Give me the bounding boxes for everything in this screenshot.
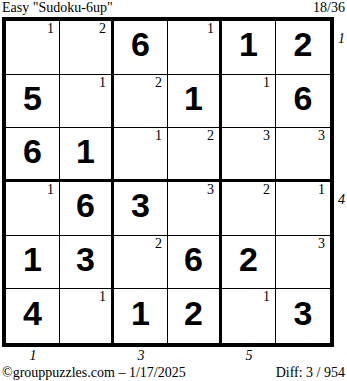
progress-counter: 18/36: [313, 0, 345, 15]
pencil-mark: 2: [263, 183, 270, 197]
cell-r6c4[interactable]: 2: [168, 289, 222, 343]
cell-r3c4[interactable]: 2: [168, 128, 222, 182]
cell-value: 1: [131, 296, 150, 330]
cell-r6c2[interactable]: 1: [60, 289, 114, 343]
cell-value: 3: [294, 296, 313, 330]
cell-r3c6[interactable]: 3: [276, 128, 330, 182]
pencil-mark: 2: [155, 237, 162, 251]
cell-r4c4[interactable]: 3: [168, 182, 222, 236]
pencil-mark: 1: [318, 183, 325, 197]
copyright-text: ©grouppuzzles.com – 1/17/2025: [2, 366, 186, 380]
cell-value: 1: [184, 81, 203, 115]
cell-r1c2[interactable]: 2: [60, 21, 114, 75]
cell-value: 3: [76, 242, 95, 276]
cell-r3c2[interactable]: 1: [60, 128, 114, 182]
col-label-5: 5: [246, 349, 253, 363]
cell-r4c6[interactable]: 1: [276, 182, 330, 236]
difficulty-text: Diff: 3 / 954: [276, 366, 345, 380]
cell-r6c6[interactable]: 3: [276, 289, 330, 343]
cell-r5c3[interactable]: 2: [114, 236, 168, 290]
pencil-mark: 1: [47, 22, 54, 36]
cell-r4c2[interactable]: 6: [60, 182, 114, 236]
cell-r2c2[interactable]: 1: [60, 75, 114, 129]
cell-r1c6[interactable]: 2: [276, 21, 330, 75]
pencil-mark: 2: [99, 22, 106, 36]
cell-r6c1[interactable]: 4: [6, 289, 60, 343]
cell-r1c1[interactable]: 1: [6, 21, 60, 75]
cell-r5c5[interactable]: 2: [222, 236, 276, 290]
cell-r1c3[interactable]: 6: [114, 21, 168, 75]
cell-value: 1: [239, 27, 258, 61]
pencil-mark: 2: [155, 76, 162, 90]
pencil-mark: 1: [155, 129, 162, 143]
cell-value: 2: [239, 242, 258, 276]
cell-value: 2: [294, 27, 313, 61]
pencil-mark: 1: [207, 22, 214, 36]
cell-r2c3[interactable]: 2: [114, 75, 168, 129]
cell-r1c4[interactable]: 1: [168, 21, 222, 75]
cell-r2c5[interactable]: 1: [222, 75, 276, 129]
pencil-mark: 3: [263, 129, 270, 143]
pencil-mark: 1: [263, 290, 270, 304]
cell-r5c1[interactable]: 1: [6, 236, 60, 290]
pencil-mark: 3: [318, 129, 325, 143]
cell-r4c1[interactable]: 1: [6, 182, 60, 236]
pencil-mark: 1: [263, 76, 270, 90]
puzzle-page: Easy "Sudoku-6up" 18/36 1261125121166112…: [0, 0, 347, 381]
row-label-4: 4: [338, 193, 345, 207]
cell-value: 6: [184, 242, 203, 276]
cell-r6c3[interactable]: 1: [114, 289, 168, 343]
puzzle-title: Easy "Sudoku-6up": [2, 0, 113, 15]
cell-value: 2: [184, 296, 203, 330]
row-label-1: 1: [338, 32, 345, 46]
cell-value: 6: [131, 27, 150, 61]
pencil-mark: 2: [207, 129, 214, 143]
cell-value: 1: [76, 134, 95, 168]
pencil-mark: 1: [47, 183, 54, 197]
cell-r5c6[interactable]: 3: [276, 236, 330, 290]
cell-r5c4[interactable]: 6: [168, 236, 222, 290]
pencil-mark: 3: [318, 237, 325, 251]
cell-value: 4: [23, 296, 42, 330]
col-label-1: 1: [30, 349, 37, 363]
cell-r6c5[interactable]: 1: [222, 289, 276, 343]
cell-value: 6: [23, 134, 42, 168]
cell-value: 5: [23, 81, 42, 115]
cell-value: 1: [23, 242, 42, 276]
cell-r3c5[interactable]: 3: [222, 128, 276, 182]
sudoku-board: 126112512116611233163321132623411213: [2, 17, 334, 347]
cell-r4c5[interactable]: 2: [222, 182, 276, 236]
header-bar: Easy "Sudoku-6up" 18/36: [2, 0, 345, 16]
cell-value: 6: [294, 81, 313, 115]
cell-r3c3[interactable]: 1: [114, 128, 168, 182]
pencil-mark: 3: [207, 183, 214, 197]
col-label-3: 3: [138, 349, 145, 363]
cell-r3c1[interactable]: 6: [6, 128, 60, 182]
cell-value: 6: [76, 188, 95, 222]
footer-bar: ©grouppuzzles.com – 1/17/2025 Diff: 3 / …: [2, 365, 345, 380]
pencil-mark: 1: [99, 76, 106, 90]
cell-r4c3[interactable]: 3: [114, 182, 168, 236]
cell-r5c2[interactable]: 3: [60, 236, 114, 290]
cell-r1c5[interactable]: 1: [222, 21, 276, 75]
cell-r2c4[interactable]: 1: [168, 75, 222, 129]
pencil-mark: 1: [99, 290, 106, 304]
cell-r2c1[interactable]: 5: [6, 75, 60, 129]
cell-r2c6[interactable]: 6: [276, 75, 330, 129]
cell-value: 3: [131, 188, 150, 222]
